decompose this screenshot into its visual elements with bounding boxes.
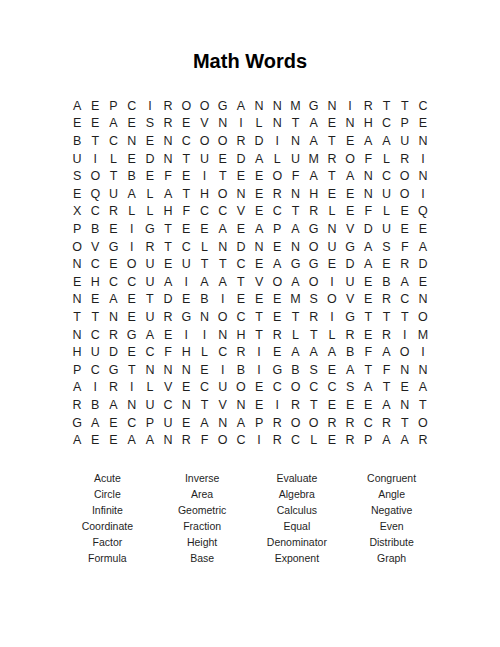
grid-cell: C: [232, 308, 250, 326]
grid-cell: C: [104, 132, 122, 150]
grid-cell: R: [159, 97, 177, 115]
grid-cell: E: [250, 379, 268, 397]
grid-cell: V: [341, 220, 359, 238]
word-list-item: Calculus: [250, 502, 345, 518]
grid-cell: N: [232, 396, 250, 414]
grid-cell: A: [250, 220, 268, 238]
grid-cell: E: [414, 115, 432, 133]
grid-cell: I: [250, 343, 268, 361]
grid-cell: A: [305, 132, 323, 150]
grid-cell: A: [104, 396, 122, 414]
grid-cell: I: [414, 343, 432, 361]
grid-cell: A: [305, 343, 323, 361]
grid-cell: R: [286, 396, 304, 414]
grid-cell: C: [214, 203, 232, 221]
word-list-item: Negative: [344, 502, 439, 518]
grid-cell: E: [359, 291, 377, 309]
grid-cell: E: [141, 167, 159, 185]
grid-cell: A: [323, 343, 341, 361]
grid-cell: T: [286, 115, 304, 133]
grid-cell: U: [396, 132, 414, 150]
grid-cell: C: [414, 97, 432, 115]
grid-cell: A: [68, 431, 86, 449]
grid-cell: N: [159, 361, 177, 379]
grid-cell: T: [396, 414, 414, 432]
grid-cell: B: [341, 343, 359, 361]
word-list-item: Coordinate: [60, 518, 155, 534]
grid-cell: E: [177, 291, 195, 309]
grid-cell: N: [123, 132, 141, 150]
grid-cell: I: [141, 97, 159, 115]
grid-cell: E: [396, 379, 414, 397]
grid-cell: V: [159, 379, 177, 397]
grid-cell: D: [141, 150, 159, 168]
word-list-item: Infinite: [60, 502, 155, 518]
grid-cell: L: [123, 203, 141, 221]
grid-cell: L: [305, 431, 323, 449]
grid-cell: N: [159, 150, 177, 168]
grid-cell: N: [232, 185, 250, 203]
grid-cell: E: [250, 255, 268, 273]
grid-cell: A: [341, 167, 359, 185]
grid-cell: B: [195, 291, 213, 309]
grid-cell: I: [214, 291, 232, 309]
grid-cell: E: [177, 220, 195, 238]
grid-cell: O: [214, 308, 232, 326]
grid-cell: C: [86, 255, 104, 273]
grid-cell: A: [195, 273, 213, 291]
grid-cell: R: [377, 291, 395, 309]
word-list-item: Exponent: [250, 550, 345, 566]
grid-cell: N: [286, 238, 304, 256]
grid-cell: F: [159, 167, 177, 185]
grid-cell: P: [359, 431, 377, 449]
grid-cell: A: [341, 361, 359, 379]
grid-cell: L: [195, 238, 213, 256]
grid-cell: E: [123, 343, 141, 361]
grid-cell: N: [214, 115, 232, 133]
grid-cell: N: [195, 308, 213, 326]
grid-cell: L: [250, 115, 268, 133]
grid-cell: I: [195, 326, 213, 344]
grid-cell: N: [214, 414, 232, 432]
worksheet-page: Math Words AEPCIROOGANNMGNIRTTCEEAESREVN…: [0, 0, 500, 647]
grid-cell: T: [250, 308, 268, 326]
grid-cell: L: [141, 185, 159, 203]
grid-cell: E: [141, 132, 159, 150]
grid-cell: A: [286, 343, 304, 361]
grid-cell: G: [341, 308, 359, 326]
grid-cell: D: [414, 255, 432, 273]
grid-cell: R: [359, 97, 377, 115]
grid-cell: G: [286, 255, 304, 273]
grid-cell: A: [232, 97, 250, 115]
grid-cell: E: [177, 167, 195, 185]
grid-cell: I: [177, 273, 195, 291]
grid-cell: D: [250, 132, 268, 150]
grid-cell: A: [414, 379, 432, 397]
grid-cell: S: [305, 361, 323, 379]
word-list-item: Graph: [344, 550, 439, 566]
grid-cell: H: [159, 203, 177, 221]
word-list-item: Geometric: [155, 502, 250, 518]
grid-cell: A: [377, 343, 395, 361]
grid-cell: E: [104, 220, 122, 238]
grid-cell: G: [341, 238, 359, 256]
grid-cell: I: [250, 361, 268, 379]
grid-cell: C: [86, 326, 104, 344]
grid-cell: E: [86, 431, 104, 449]
grid-cell: G: [104, 361, 122, 379]
grid-cell: Q: [86, 185, 104, 203]
grid-cell: O: [214, 185, 232, 203]
grid-cell: A: [68, 379, 86, 397]
grid-cell: E: [123, 150, 141, 168]
grid-cell: T: [286, 203, 304, 221]
word-list-item: Formula: [60, 550, 155, 566]
grid-cell: F: [195, 431, 213, 449]
grid-cell: N: [177, 361, 195, 379]
grid-cell: A: [359, 379, 377, 397]
grid-cell: P: [268, 220, 286, 238]
grid-cell: A: [286, 220, 304, 238]
grid-cell: E: [68, 273, 86, 291]
grid-cell: I: [86, 379, 104, 397]
grid-cell: A: [396, 431, 414, 449]
grid-cell: R: [305, 308, 323, 326]
grid-cell: I: [195, 167, 213, 185]
grid-cell: N: [414, 361, 432, 379]
grid-cell: R: [396, 255, 414, 273]
grid-cell: E: [377, 255, 395, 273]
grid-cell: H: [232, 326, 250, 344]
grid-cell: A: [286, 273, 304, 291]
grid-cell: A: [123, 431, 141, 449]
grid-cell: E: [159, 326, 177, 344]
grid-cell: O: [305, 238, 323, 256]
grid-cell: V: [86, 238, 104, 256]
grid-cell: I: [323, 273, 341, 291]
grid-cell: E: [68, 115, 86, 133]
grid-cell: E: [232, 220, 250, 238]
grid-cell: T: [377, 379, 395, 397]
word-list-item: Evaluate: [250, 470, 345, 486]
word-list-item: Angle: [344, 486, 439, 502]
grid-cell: I: [341, 97, 359, 115]
grid-cell: T: [232, 273, 250, 291]
grid-cell: B: [86, 220, 104, 238]
grid-cell: P: [68, 220, 86, 238]
grid-cell: N: [396, 361, 414, 379]
grid-cell: R: [104, 379, 122, 397]
word-list-item: Acute: [60, 470, 155, 486]
grid-cell: R: [232, 132, 250, 150]
grid-cell: P: [141, 414, 159, 432]
grid-cell: C: [195, 203, 213, 221]
grid-cell: T: [377, 308, 395, 326]
grid-cell: C: [123, 273, 141, 291]
grid-cell: N: [286, 185, 304, 203]
grid-cell: O: [396, 167, 414, 185]
grid-cell: O: [286, 379, 304, 397]
grid-cell: G: [123, 326, 141, 344]
grid-cell: E: [323, 431, 341, 449]
puzzle-title: Math Words: [0, 50, 500, 73]
grid-cell: U: [195, 150, 213, 168]
grid-cell: L: [195, 343, 213, 361]
grid-cell: T: [214, 167, 232, 185]
grid-cell: O: [86, 167, 104, 185]
grid-cell: A: [232, 414, 250, 432]
grid-cell: T: [323, 167, 341, 185]
grid-cell: T: [359, 361, 377, 379]
grid-cell: C: [159, 396, 177, 414]
grid-cell: R: [104, 203, 122, 221]
grid-cell: N: [177, 396, 195, 414]
grid-cell: L: [141, 379, 159, 397]
grid-cell: G: [104, 238, 122, 256]
grid-cell: E: [177, 414, 195, 432]
grid-cell: R: [414, 431, 432, 449]
grid-cell: N: [141, 361, 159, 379]
grid-cell: A: [214, 273, 232, 291]
grid-cell: O: [396, 343, 414, 361]
grid-cell: N: [250, 238, 268, 256]
grid-cell: U: [141, 273, 159, 291]
grid-cell: I: [323, 308, 341, 326]
grid-cell: E: [86, 115, 104, 133]
grid-cell: N: [68, 326, 86, 344]
word-list-item: Fraction: [155, 518, 250, 534]
grid-cell: N: [323, 97, 341, 115]
grid-cell: C: [305, 379, 323, 397]
grid-cell: O: [214, 431, 232, 449]
grid-cell: E: [214, 150, 232, 168]
grid-cell: N: [68, 255, 86, 273]
grid-cell: N: [359, 185, 377, 203]
grid-cell: E: [250, 185, 268, 203]
grid-cell: L: [377, 150, 395, 168]
grid-cell: I: [414, 185, 432, 203]
grid-cell: R: [341, 431, 359, 449]
grid-cell: M: [286, 291, 304, 309]
grid-cell: T: [377, 97, 395, 115]
grid-cell: C: [141, 343, 159, 361]
grid-cell: E: [268, 291, 286, 309]
grid-cell: A: [268, 255, 286, 273]
grid-cell: G: [268, 361, 286, 379]
grid-cell: F: [396, 238, 414, 256]
grid-cell: A: [359, 238, 377, 256]
grid-cell: A: [214, 220, 232, 238]
grid-cell: O: [305, 273, 323, 291]
grid-cell: E: [414, 220, 432, 238]
grid-cell: D: [232, 150, 250, 168]
grid-cell: E: [323, 115, 341, 133]
grid-cell: C: [232, 431, 250, 449]
grid-cell: A: [68, 97, 86, 115]
grid-cell: O: [195, 132, 213, 150]
grid-cell: E: [341, 185, 359, 203]
grid-cell: P: [68, 361, 86, 379]
grid-cell: S: [305, 291, 323, 309]
grid-cell: C: [286, 431, 304, 449]
grid-cell: E: [195, 361, 213, 379]
grid-cell: U: [377, 185, 395, 203]
grid-cell: I: [177, 326, 195, 344]
grid-cell: I: [232, 115, 250, 133]
grid-cell: T: [414, 396, 432, 414]
grid-cell: C: [195, 379, 213, 397]
grid-cell: A: [377, 431, 395, 449]
grid-cell: E: [232, 291, 250, 309]
grid-cell: B: [86, 396, 104, 414]
grid-cell: B: [68, 132, 86, 150]
grid-cell: R: [159, 115, 177, 133]
grid-cell: H: [359, 115, 377, 133]
grid-cell: R: [341, 326, 359, 344]
grid-cell: A: [359, 132, 377, 150]
grid-cell: I: [123, 238, 141, 256]
grid-cell: T: [159, 220, 177, 238]
grid-cell: R: [104, 326, 122, 344]
grid-cell: A: [141, 431, 159, 449]
grid-cell: E: [250, 291, 268, 309]
grid-cell: A: [159, 273, 177, 291]
grid-cell: F: [159, 343, 177, 361]
grid-cell: H: [86, 273, 104, 291]
grid-cell: O: [414, 414, 432, 432]
grid-cell: L: [323, 203, 341, 221]
grid-cell: C: [86, 361, 104, 379]
grid-cell: Q: [414, 203, 432, 221]
grid-cell: T: [286, 308, 304, 326]
grid-cell: A: [377, 132, 395, 150]
grid-cell: E: [86, 291, 104, 309]
word-list-item: Algebra: [250, 486, 345, 502]
grid-cell: A: [195, 414, 213, 432]
grid-cell: M: [414, 326, 432, 344]
grid-cell: U: [323, 238, 341, 256]
grid-cell: F: [359, 150, 377, 168]
word-list-item: Height: [155, 534, 250, 550]
grid-cell: T: [159, 238, 177, 256]
grid-cell: N: [159, 431, 177, 449]
grid-cell: N: [341, 115, 359, 133]
grid-cell: T: [177, 185, 195, 203]
grid-cell: C: [177, 238, 195, 256]
grid-cell: S: [377, 238, 395, 256]
word-list-item: Factor: [60, 534, 155, 550]
grid-cell: X: [68, 203, 86, 221]
grid-cell: H: [195, 185, 213, 203]
grid-cell: C: [377, 115, 395, 133]
grid-cell: I: [396, 326, 414, 344]
grid-cell: F: [177, 203, 195, 221]
grid-cell: R: [177, 431, 195, 449]
grid-cell: O: [177, 97, 195, 115]
grid-cell: E: [195, 220, 213, 238]
grid-cell: O: [68, 238, 86, 256]
grid-cell: D: [104, 343, 122, 361]
grid-cell: U: [341, 273, 359, 291]
grid-cell: C: [396, 291, 414, 309]
grid-cell: T: [305, 326, 323, 344]
grid-cell: E: [250, 203, 268, 221]
grid-cell: E: [268, 238, 286, 256]
grid-cell: I: [414, 150, 432, 168]
grid-cell: N: [268, 115, 286, 133]
grid-cell: N: [250, 97, 268, 115]
grid-cell: C: [123, 414, 141, 432]
grid-cell: T: [195, 255, 213, 273]
grid-cell: R: [141, 238, 159, 256]
grid-cell: O: [305, 414, 323, 432]
grid-cell: E: [177, 379, 195, 397]
grid-cell: E: [123, 308, 141, 326]
grid-cell: O: [214, 132, 232, 150]
grid-cell: G: [214, 97, 232, 115]
grid-cell: C: [177, 132, 195, 150]
word-list-item: Distribute: [344, 534, 439, 550]
grid-cell: A: [123, 185, 141, 203]
grid-cell: C: [232, 255, 250, 273]
grid-cell: C: [377, 167, 395, 185]
grid-cell: A: [141, 326, 159, 344]
grid-cell: H: [68, 343, 86, 361]
grid-cell: T: [104, 167, 122, 185]
grid-cell: S: [68, 167, 86, 185]
grid-cell: O: [232, 379, 250, 397]
grid-cell: U: [377, 220, 395, 238]
grid-cell: T: [86, 308, 104, 326]
grid-cell: N: [268, 97, 286, 115]
grid-cell: D: [341, 255, 359, 273]
grid-cell: N: [414, 167, 432, 185]
grid-cell: G: [68, 414, 86, 432]
grid-cell: N: [414, 291, 432, 309]
grid-cell: I: [268, 132, 286, 150]
grid-cell: U: [141, 308, 159, 326]
word-list-item: Circle: [60, 486, 155, 502]
grid-cell: R: [341, 414, 359, 432]
grid-cell: G: [177, 308, 195, 326]
grid-cell: B: [123, 167, 141, 185]
grid-cell: E: [323, 396, 341, 414]
grid-cell: R: [268, 414, 286, 432]
grid-cell: D: [359, 220, 377, 238]
grid-cell: R: [268, 326, 286, 344]
grid-cell: T: [214, 255, 232, 273]
grid-cell: U: [159, 414, 177, 432]
grid-cell: A: [159, 185, 177, 203]
grid-cell: E: [359, 273, 377, 291]
grid-cell: E: [341, 203, 359, 221]
grid-cell: A: [104, 115, 122, 133]
word-list-item: Base: [155, 550, 250, 566]
grid-cell: T: [177, 150, 195, 168]
grid-cell: A: [104, 291, 122, 309]
grid-cell: I: [268, 396, 286, 414]
grid-cell: U: [104, 185, 122, 203]
grid-cell: N: [214, 326, 232, 344]
grid-cell: V: [195, 115, 213, 133]
grid-cell: F: [359, 343, 377, 361]
grid-cell: O: [396, 185, 414, 203]
grid-cell: F: [377, 361, 395, 379]
grid-cell: E: [359, 326, 377, 344]
grid-cell: E: [268, 343, 286, 361]
